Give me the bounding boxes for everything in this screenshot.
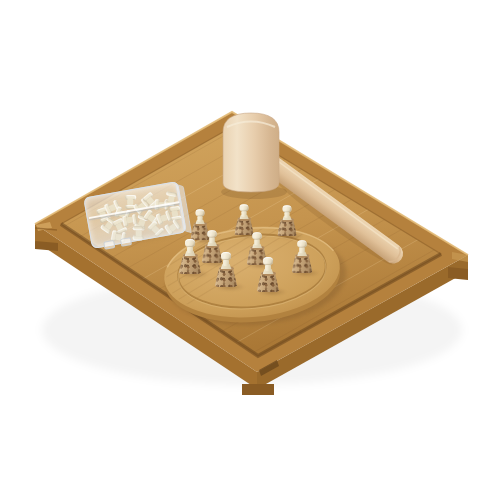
- cork-peg-piece-7[interactable]: [173, 237, 207, 277]
- peg-cap: [196, 209, 205, 216]
- peg-cap: [240, 204, 249, 211]
- peg-cap: [207, 230, 216, 238]
- product-photo-stage: [0, 0, 500, 500]
- tray-foot-front: [242, 384, 274, 395]
- peg-cap: [221, 252, 231, 260]
- peg-cap: [283, 205, 292, 212]
- peg-cap: [185, 239, 195, 247]
- cork-peg-piece-9[interactable]: [251, 255, 285, 295]
- cork-peg-piece-6[interactable]: [286, 238, 318, 276]
- peg-cap: [297, 240, 306, 248]
- cork-peg-piece-8[interactable]: [209, 250, 243, 290]
- tray: [35, 21, 500, 395]
- tray-foot-right: [448, 267, 468, 280]
- peg-cap: [252, 232, 261, 240]
- cork-peg-piece-3[interactable]: [272, 204, 302, 239]
- peg-cap: [263, 257, 273, 265]
